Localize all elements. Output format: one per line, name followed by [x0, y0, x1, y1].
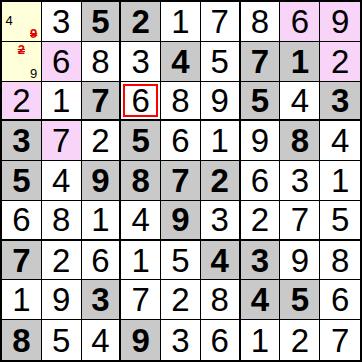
- cell-r4c1[interactable]: 3: [2, 121, 42, 161]
- entered-digit: 1: [52, 84, 70, 117]
- cell-r1c3[interactable]: 5: [82, 2, 122, 42]
- cell-r4c9[interactable]: 4: [320, 121, 360, 161]
- cell-r6c7[interactable]: 2: [241, 201, 281, 241]
- cell-r4c7[interactable]: 9: [241, 121, 281, 161]
- cell-r4c4[interactable]: 5: [121, 121, 161, 161]
- cell-r7c1[interactable]: 7: [2, 241, 42, 281]
- cell-r9c3[interactable]: 4: [82, 320, 122, 360]
- entered-digit: 7: [331, 324, 349, 357]
- given-digit: 7: [171, 164, 189, 197]
- cell-r8c3[interactable]: 3: [82, 280, 122, 320]
- entered-digit: 7: [52, 124, 70, 157]
- cell-r2c2[interactable]: 6: [42, 42, 82, 82]
- cell-r5c7[interactable]: 6: [241, 161, 281, 201]
- cell-r3c8[interactable]: 4: [280, 82, 320, 122]
- entered-digit: 7: [211, 5, 229, 38]
- given-digit: 4: [211, 244, 229, 277]
- entered-digit: 3: [171, 324, 189, 357]
- cell-r5c5[interactable]: 7: [161, 161, 201, 201]
- entered-digit: 9: [331, 5, 349, 38]
- cell-r3c5[interactable]: 8: [161, 82, 201, 122]
- entered-digit: 1: [211, 124, 229, 157]
- cell-r6c9[interactable]: 5: [320, 201, 360, 241]
- entered-digit: 3: [291, 164, 309, 197]
- cell-r7c9[interactable]: 8: [320, 241, 360, 281]
- cell-r3c9[interactable]: 3: [320, 82, 360, 122]
- given-digit: 3: [251, 244, 269, 277]
- cell-r8c9[interactable]: 6: [320, 280, 360, 320]
- given-digit: 9: [171, 203, 189, 236]
- entered-digit: 9: [291, 244, 309, 277]
- cell-r7c8[interactable]: 9: [280, 241, 320, 281]
- cell-r2c5[interactable]: 4: [161, 42, 201, 82]
- given-digit: 4: [171, 45, 189, 78]
- entered-digit: 9: [52, 283, 70, 316]
- entered-digit: 5: [171, 244, 189, 277]
- entered-digit: 8: [91, 45, 109, 78]
- cell-r1c6[interactable]: 7: [201, 2, 241, 42]
- cell-r9c2[interactable]: 5: [42, 320, 82, 360]
- cell-r7c3[interactable]: 6: [82, 241, 122, 281]
- entered-digit: 4: [91, 324, 109, 357]
- entered-digit: 1: [251, 324, 269, 357]
- given-digit: 1: [291, 45, 309, 78]
- entered-digit: 4: [52, 164, 70, 197]
- cell-r8c8[interactable]: 5: [280, 280, 320, 320]
- candidate-4: 4: [3, 14, 15, 27]
- cell-r6c6[interactable]: 3: [201, 201, 241, 241]
- entered-digit: 7: [291, 203, 309, 236]
- cell-r1c1[interactable]: 49: [2, 2, 42, 42]
- cell-r8c7[interactable]: 4: [241, 280, 281, 320]
- cell-r8c4[interactable]: 7: [121, 280, 161, 320]
- candidate-9: 9: [28, 67, 40, 80]
- candidate-slot-empty: [3, 43, 15, 56]
- cell-r2c4[interactable]: 3: [121, 42, 161, 82]
- given-digit: 3: [12, 124, 30, 157]
- candidate-slot-empty: [15, 27, 27, 40]
- candidate-slot-empty: [15, 3, 27, 14]
- cell-r2c7[interactable]: 7: [241, 42, 281, 82]
- cell-r3c2[interactable]: 1: [42, 82, 82, 122]
- entered-digit: 1: [12, 283, 30, 316]
- candidate-marks: 49: [3, 3, 40, 40]
- entered-digit: 1: [171, 5, 189, 38]
- cell-r2c9[interactable]: 2: [320, 42, 360, 82]
- given-digit: 8: [12, 324, 30, 357]
- cell-r9c4[interactable]: 9: [121, 320, 161, 360]
- cell-r9c7[interactable]: 1: [241, 320, 281, 360]
- eliminated-candidate-2: 2: [15, 43, 27, 56]
- cell-r1c8[interactable]: 6: [280, 2, 320, 42]
- given-digit: 5: [291, 283, 309, 316]
- entered-digit: 4: [331, 124, 349, 157]
- cell-r6c5[interactable]: 9: [161, 201, 201, 241]
- cell-r5c1[interactable]: 5: [2, 161, 42, 201]
- cell-r3c4[interactable]: 6: [121, 82, 161, 122]
- cell-r5c6[interactable]: 2: [201, 161, 241, 201]
- cell-r3c1[interactable]: 2: [2, 82, 42, 122]
- cell-r9c8[interactable]: 2: [280, 320, 320, 360]
- entered-digit: 2: [52, 244, 70, 277]
- entered-digit: 9: [211, 84, 229, 117]
- cell-r1c5[interactable]: 1: [161, 2, 201, 42]
- given-digit: 9: [91, 164, 109, 197]
- candidate-slot-empty: [15, 67, 27, 80]
- sudoku-board: 4935217869296834571221768954337256198454…: [0, 0, 362, 362]
- candidate-slot-empty: [15, 14, 27, 27]
- cell-r6c1[interactable]: 6: [2, 201, 42, 241]
- given-digit: 3: [331, 84, 349, 117]
- candidate-slot-empty: [28, 43, 40, 56]
- entered-digit: 2: [12, 84, 30, 117]
- cell-r5c4[interactable]: 8: [121, 161, 161, 201]
- cell-r4c6[interactable]: 1: [201, 121, 241, 161]
- entered-digit: 1: [132, 244, 150, 277]
- given-digit: 7: [12, 244, 30, 277]
- cell-r4c2[interactable]: 7: [42, 121, 82, 161]
- candidate-marks: 29: [3, 43, 40, 80]
- given-digit: 8: [132, 164, 150, 197]
- cell-r1c2[interactable]: 3: [42, 2, 82, 42]
- candidate-slot-empty: [28, 3, 40, 14]
- cell-r4c5[interactable]: 6: [161, 121, 201, 161]
- given-digit: 2: [132, 5, 150, 38]
- given-digit: 9: [132, 324, 150, 357]
- cell-r3c7[interactable]: 5: [241, 82, 281, 122]
- entered-digit: 3: [52, 5, 70, 38]
- entered-digit: 8: [171, 84, 189, 117]
- cell-r9c9[interactable]: 7: [320, 320, 360, 360]
- cell-r9c5[interactable]: 3: [161, 320, 201, 360]
- cell-r1c9[interactable]: 9: [320, 2, 360, 42]
- cell-r2c1[interactable]: 29: [2, 42, 42, 82]
- cell-r5c9[interactable]: 1: [320, 161, 360, 201]
- cell-r3c6[interactable]: 9: [201, 82, 241, 122]
- entered-digit: 6: [291, 5, 309, 38]
- given-digit: 7: [91, 84, 109, 117]
- cell-r5c3[interactable]: 9: [82, 161, 122, 201]
- given-digit: 5: [12, 164, 30, 197]
- entered-digit: 2: [91, 124, 109, 157]
- cell-r4c8[interactable]: 8: [280, 121, 320, 161]
- cell-r1c4[interactable]: 2: [121, 2, 161, 42]
- entered-digit: 8: [331, 244, 349, 277]
- entered-digit: 9: [251, 124, 269, 157]
- entered-digit: 2: [251, 203, 269, 236]
- entered-digit: 6: [331, 283, 349, 316]
- cell-r6c4[interactable]: 4: [121, 201, 161, 241]
- cell-r8c1[interactable]: 1: [2, 280, 42, 320]
- given-digit: 3: [91, 283, 109, 316]
- entered-digit: 2: [171, 283, 189, 316]
- entered-digit: 8: [52, 203, 70, 236]
- cell-r6c2[interactable]: 8: [42, 201, 82, 241]
- cell-r5c8[interactable]: 3: [280, 161, 320, 201]
- cell-r9c1[interactable]: 8: [2, 320, 42, 360]
- cell-r4c3[interactable]: 2: [82, 121, 122, 161]
- entered-digit: 6: [12, 203, 30, 236]
- given-digit: 5: [132, 124, 150, 157]
- entered-digit: 1: [91, 203, 109, 236]
- cell-r2c8[interactable]: 1: [280, 42, 320, 82]
- cell-r8c5[interactable]: 2: [161, 280, 201, 320]
- candidate-slot-empty: [3, 67, 15, 80]
- cell-r7c2[interactable]: 2: [42, 241, 82, 281]
- cell-r2c3[interactable]: 8: [82, 42, 122, 82]
- entered-digit: 7: [132, 283, 150, 316]
- cell-r8c2[interactable]: 9: [42, 280, 82, 320]
- cell-r7c4[interactable]: 1: [121, 241, 161, 281]
- entered-digit: 2: [331, 45, 349, 78]
- cell-r6c3[interactable]: 1: [82, 201, 122, 241]
- entered-digit: 5: [52, 324, 70, 357]
- cell-r8c6[interactable]: 8: [201, 280, 241, 320]
- candidate-slot-empty: [3, 27, 15, 40]
- cell-r5c2[interactable]: 4: [42, 161, 82, 201]
- entered-digit: 8: [251, 5, 269, 38]
- entered-digit: 1: [331, 164, 349, 197]
- given-digit: 5: [91, 5, 109, 38]
- cell-r7c6[interactable]: 4: [201, 241, 241, 281]
- entered-digit: 2: [291, 324, 309, 357]
- cell-r7c5[interactable]: 5: [161, 241, 201, 281]
- cell-r6c8[interactable]: 7: [280, 201, 320, 241]
- given-digit: 5: [251, 84, 269, 117]
- entered-digit: 4: [132, 203, 150, 236]
- candidate-slot-empty: [3, 56, 15, 67]
- entered-digit: 5: [331, 203, 349, 236]
- entered-digit: 5: [211, 45, 229, 78]
- cell-r1c7[interactable]: 8: [241, 2, 281, 42]
- cell-r3c3[interactable]: 7: [82, 82, 122, 122]
- entered-digit: 6: [211, 324, 229, 357]
- given-digit: 7: [251, 45, 269, 78]
- given-digit: 4: [251, 283, 269, 316]
- entered-digit: 6: [171, 124, 189, 157]
- entered-digit: 6: [52, 45, 70, 78]
- cell-r7c7[interactable]: 3: [241, 241, 281, 281]
- candidate-slot-empty: [28, 14, 40, 27]
- candidate-slot-empty: [28, 56, 40, 67]
- entered-digit: 6: [132, 84, 150, 117]
- entered-digit: 4: [291, 84, 309, 117]
- entered-digit: 6: [251, 164, 269, 197]
- entered-digit: 8: [211, 283, 229, 316]
- entered-digit: 3: [211, 203, 229, 236]
- given-digit: 8: [291, 124, 309, 157]
- entered-digit: 3: [132, 45, 150, 78]
- given-digit: 2: [211, 164, 229, 197]
- cell-r2c6[interactable]: 5: [201, 42, 241, 82]
- entered-digit: 6: [91, 244, 109, 277]
- candidate-slot-empty: [15, 56, 27, 67]
- eliminated-candidate-9: 9: [28, 27, 40, 40]
- cell-r9c6[interactable]: 6: [201, 320, 241, 360]
